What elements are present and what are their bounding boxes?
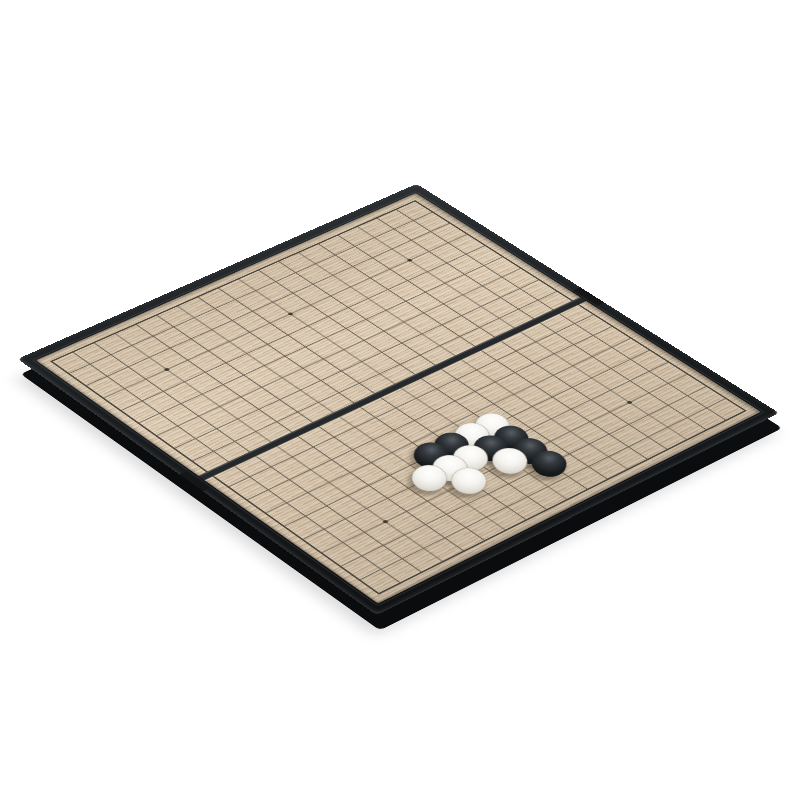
grid-line-horizontal [136,324,464,551]
go-board [18,184,780,615]
grid-line-horizontal [177,306,506,530]
grid-boundary [51,201,745,594]
grid-line-horizontal [396,209,726,420]
grid-line-horizontal [377,218,707,430]
grid-line-vertical [340,386,706,566]
product-photo [0,0,800,800]
grid-line-horizontal [357,226,687,439]
board-svg [18,184,780,615]
grid-lines [51,201,745,594]
grid-line-horizontal [156,315,485,541]
grid-line-horizontal [73,352,401,583]
grid-line-horizontal [218,288,547,510]
